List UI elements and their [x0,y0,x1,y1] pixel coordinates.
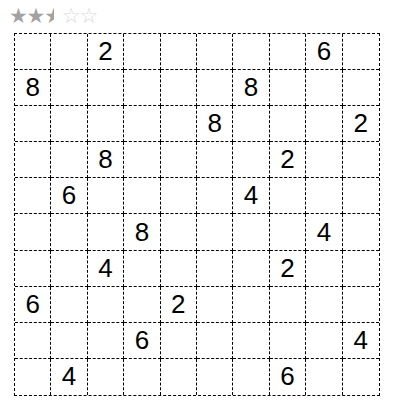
cell-r8c3[interactable] [88,287,124,323]
cell-r10c8[interactable]: 6 [270,359,306,395]
cell-r2c4[interactable] [124,70,160,106]
cell-r10c6[interactable] [197,359,233,395]
cell-r2c7[interactable]: 8 [233,70,269,106]
cell-r10c3[interactable] [88,359,124,395]
cell-r5c6[interactable] [197,178,233,214]
cell-r3c9[interactable] [306,106,342,142]
cell-r6c1[interactable] [15,214,51,250]
cell-r10c4[interactable] [124,359,160,395]
cell-r3c5[interactable] [161,106,197,142]
cell-r6c3[interactable] [88,214,124,250]
cell-r2c10[interactable] [343,70,379,106]
cell-r9c9[interactable] [306,323,342,359]
cell-r6c10[interactable] [343,214,379,250]
cell-r7c9[interactable] [306,251,342,287]
cell-r7c4[interactable] [124,251,160,287]
cell-r9c5[interactable] [161,323,197,359]
cell-r5c7[interactable]: 4 [233,178,269,214]
cell-r4c7[interactable] [233,142,269,178]
cell-r5c2[interactable]: 6 [51,178,87,214]
cell-r7c5[interactable] [161,251,197,287]
cell-r2c5[interactable] [161,70,197,106]
cell-r4c6[interactable] [197,142,233,178]
cell-r10c2[interactable]: 4 [51,359,87,395]
cell-r5c8[interactable] [270,178,306,214]
cell-r10c1[interactable] [15,359,51,395]
cell-r9c6[interactable] [197,323,233,359]
cell-r7c7[interactable] [233,251,269,287]
cell-r10c9[interactable] [306,359,342,395]
cell-r4c5[interactable] [161,142,197,178]
cell-r7c10[interactable] [343,251,379,287]
cell-r4c1[interactable] [15,142,51,178]
cell-r4c2[interactable] [51,142,87,178]
cell-r6c2[interactable] [51,214,87,250]
cell-r3c2[interactable] [51,106,87,142]
cell-r9c3[interactable] [88,323,124,359]
cell-r6c9[interactable]: 4 [306,214,342,250]
cell-r8c5[interactable]: 2 [161,287,197,323]
difficulty-rating: ★★★☆☆ [9,3,97,28]
cell-r1c2[interactable] [51,34,87,70]
cell-r9c10[interactable]: 4 [343,323,379,359]
cell-r3c8[interactable] [270,106,306,142]
cell-r8c1[interactable]: 6 [15,287,51,323]
cell-r1c7[interactable] [233,34,269,70]
cell-r9c2[interactable] [51,323,87,359]
cell-r8c9[interactable] [306,287,342,323]
cell-r7c2[interactable] [51,251,87,287]
cell-r1c3[interactable]: 2 [88,34,124,70]
cell-r2c2[interactable] [51,70,87,106]
cell-r9c4[interactable]: 6 [124,323,160,359]
cell-r3c10[interactable]: 2 [343,106,379,142]
cell-r7c8[interactable]: 2 [270,251,306,287]
cell-r8c7[interactable] [233,287,269,323]
cell-r2c9[interactable] [306,70,342,106]
cell-r3c1[interactable] [15,106,51,142]
cell-r7c3[interactable]: 4 [88,251,124,287]
cell-r4c4[interactable] [124,142,160,178]
star-filled-icon: ★ [9,3,27,28]
cell-r3c7[interactable] [233,106,269,142]
cell-r10c5[interactable] [161,359,197,395]
cell-r7c1[interactable] [15,251,51,287]
cell-r5c9[interactable] [306,178,342,214]
star-empty-icon: ☆ [62,3,80,28]
cell-r10c7[interactable] [233,359,269,395]
star-empty-icon: ☆ [79,3,97,28]
cell-r1c4[interactable] [124,34,160,70]
cell-r6c7[interactable] [233,214,269,250]
cell-r6c6[interactable] [197,214,233,250]
cell-r4c8[interactable]: 2 [270,142,306,178]
cell-r8c10[interactable] [343,287,379,323]
cell-r8c8[interactable] [270,287,306,323]
cell-r4c9[interactable] [306,142,342,178]
cell-r2c3[interactable] [88,70,124,106]
cell-r1c8[interactable] [270,34,306,70]
cell-r5c4[interactable] [124,178,160,214]
cell-r1c9[interactable]: 6 [306,34,342,70]
cell-r1c5[interactable] [161,34,197,70]
cell-r3c4[interactable] [124,106,160,142]
cell-r5c3[interactable] [88,178,124,214]
cell-r7c6[interactable] [197,251,233,287]
cell-r3c6[interactable]: 8 [197,106,233,142]
cell-r6c8[interactable] [270,214,306,250]
cell-r1c6[interactable] [197,34,233,70]
puzzle-board: 26888282648442626446 [14,33,380,396]
cell-r2c1[interactable]: 8 [15,70,51,106]
cell-r1c1[interactable] [15,34,51,70]
cell-r5c1[interactable] [15,178,51,214]
cell-r1c10[interactable] [343,34,379,70]
cell-r9c1[interactable] [15,323,51,359]
cell-r9c7[interactable] [233,323,269,359]
cell-r6c4[interactable]: 8 [124,214,160,250]
cell-r3c3[interactable] [88,106,124,142]
star-half-icon: ★ [44,3,62,28]
cell-r2c6[interactable] [197,70,233,106]
cell-r10c10[interactable] [343,359,379,395]
cell-r6c5[interactable] [161,214,197,250]
cell-r5c10[interactable] [343,178,379,214]
cell-r5c5[interactable] [161,178,197,214]
cell-r8c6[interactable] [197,287,233,323]
star-filled-icon: ★ [27,3,45,28]
cell-r9c8[interactable] [270,323,306,359]
cell-r8c2[interactable] [51,287,87,323]
cell-r4c3[interactable]: 8 [88,142,124,178]
cell-r4c10[interactable] [343,142,379,178]
cell-r8c4[interactable] [124,287,160,323]
cell-r2c8[interactable] [270,70,306,106]
